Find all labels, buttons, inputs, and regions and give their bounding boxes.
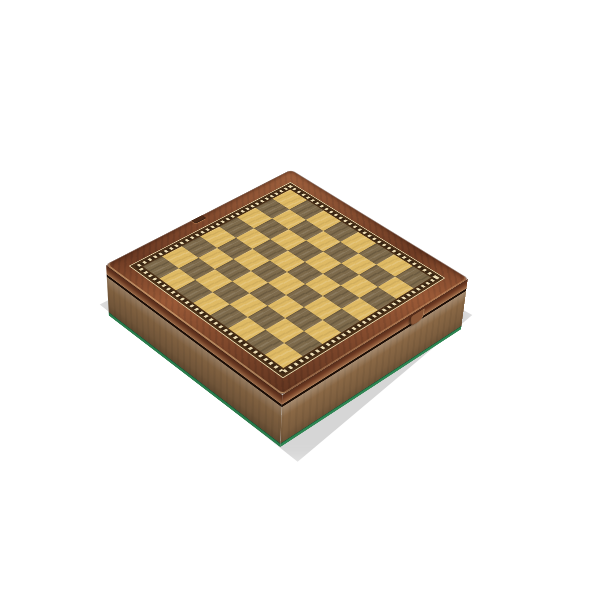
lid-notch: [191, 215, 206, 224]
square-d1: [193, 292, 230, 315]
square-g5: [323, 285, 360, 308]
square-b1: [159, 268, 195, 291]
square-h3: [304, 320, 342, 344]
square-h4: [323, 308, 360, 332]
square-c1: [176, 280, 213, 303]
square-g2: [266, 318, 304, 342]
square-h2: [284, 331, 322, 356]
square-g1: [246, 329, 284, 354]
board-lid-frame: [106, 170, 468, 395]
square-h5: [341, 297, 378, 321]
square-f5: [305, 273, 341, 296]
square-h6: [360, 287, 397, 310]
square-g3: [285, 307, 322, 331]
product-photo-scene: [0, 0, 600, 600]
square-d2: [213, 281, 250, 304]
square-g4: [304, 296, 341, 320]
square-f2: [248, 306, 285, 330]
square-h1: [265, 343, 304, 368]
square-g6: [341, 275, 377, 298]
square-e1: [210, 304, 247, 328]
square-e2: [230, 293, 267, 316]
square-f3: [267, 295, 304, 319]
square-e3: [249, 283, 286, 306]
square-c2: [196, 269, 232, 292]
square-d3: [232, 271, 268, 294]
square-e4: [268, 272, 304, 295]
square-f4: [286, 284, 323, 307]
perspective-wrapper: [0, 0, 600, 600]
square-h7: [378, 276, 414, 299]
square-f1: [228, 317, 266, 341]
